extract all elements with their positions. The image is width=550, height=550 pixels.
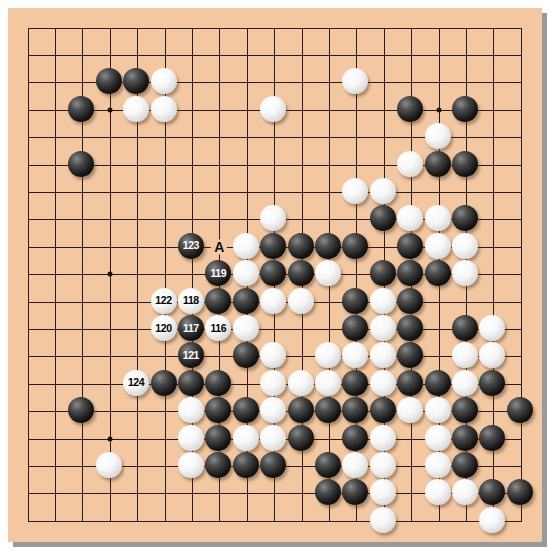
white-stone (425, 397, 451, 423)
white-stone (233, 425, 259, 451)
white-stone (452, 370, 478, 396)
white-stone (479, 507, 505, 533)
white-stone (178, 452, 204, 478)
black-stone: 117 (178, 315, 204, 341)
black-stone (260, 260, 286, 286)
go-board: 123119122118120117116121124A (8, 8, 542, 542)
black-stone (233, 342, 259, 368)
white-stone (260, 342, 286, 368)
white-stone (425, 425, 451, 451)
black-stone (452, 315, 478, 341)
black-stone (315, 397, 341, 423)
white-stone (425, 452, 451, 478)
black-stone (205, 370, 231, 396)
black-stone (342, 288, 368, 314)
white-stone (452, 479, 478, 505)
black-stone (315, 452, 341, 478)
point-marker-A: A (211, 239, 227, 254)
white-stone (260, 96, 286, 122)
black-stone (479, 370, 505, 396)
move-number-label: 122 (155, 295, 171, 306)
black-stone (233, 288, 259, 314)
white-stone (233, 315, 259, 341)
white-stone (178, 425, 204, 451)
black-stone (68, 151, 94, 177)
white-stone (397, 151, 423, 177)
white-stone (260, 370, 286, 396)
black-stone (68, 96, 94, 122)
white-stone (370, 342, 396, 368)
grid-line-horizontal (28, 329, 522, 330)
white-stone (260, 397, 286, 423)
black-stone (260, 452, 286, 478)
black-stone (205, 425, 231, 451)
black-stone (370, 260, 396, 286)
black-stone (425, 260, 451, 286)
black-stone (342, 425, 368, 451)
black-stone (151, 370, 177, 396)
white-stone (370, 425, 396, 451)
black-stone (507, 397, 533, 423)
black-stone: 123 (178, 233, 204, 259)
black-stone (315, 233, 341, 259)
white-stone (151, 96, 177, 122)
black-stone (342, 397, 368, 423)
black-stone (68, 397, 94, 423)
white-stone (96, 452, 122, 478)
white-stone (288, 370, 314, 396)
black-stone: 121 (178, 342, 204, 368)
white-stone (315, 342, 341, 368)
black-stone (397, 288, 423, 314)
black-stone (370, 205, 396, 231)
white-stone (370, 178, 396, 204)
black-stone: 119 (205, 260, 231, 286)
white-stone: 118 (178, 288, 204, 314)
black-stone (452, 425, 478, 451)
move-number-label: 116 (210, 323, 226, 334)
grid-line-horizontal (28, 521, 522, 522)
white-stone (260, 288, 286, 314)
white-stone (370, 288, 396, 314)
black-stone (452, 452, 478, 478)
black-stone (397, 96, 423, 122)
black-stone (178, 370, 204, 396)
white-stone (151, 68, 177, 94)
white-stone (397, 397, 423, 423)
white-stone: 120 (151, 315, 177, 341)
black-stone (123, 68, 149, 94)
black-stone (479, 479, 505, 505)
star-point (107, 272, 112, 277)
white-stone (425, 205, 451, 231)
white-stone (288, 288, 314, 314)
black-stone (397, 260, 423, 286)
black-stone (342, 315, 368, 341)
white-stone (260, 205, 286, 231)
black-stone (233, 397, 259, 423)
black-stone (288, 397, 314, 423)
black-stone (452, 205, 478, 231)
black-stone (288, 233, 314, 259)
black-stone (425, 151, 451, 177)
white-stone (452, 233, 478, 259)
black-stone (233, 452, 259, 478)
black-stone (397, 370, 423, 396)
black-stone (315, 479, 341, 505)
white-stone (425, 233, 451, 259)
white-stone: 116 (205, 315, 231, 341)
move-number-label: 120 (155, 323, 171, 334)
move-number-label: 123 (183, 240, 199, 251)
white-stone (178, 397, 204, 423)
white-stone (425, 479, 451, 505)
white-stone (233, 260, 259, 286)
black-stone (452, 397, 478, 423)
black-stone (288, 260, 314, 286)
white-stone (397, 205, 423, 231)
white-stone (452, 342, 478, 368)
white-stone (342, 452, 368, 478)
star-point (436, 107, 441, 112)
white-stone (479, 315, 505, 341)
white-stone (342, 178, 368, 204)
white-stone: 124 (123, 370, 149, 396)
black-stone (342, 370, 368, 396)
black-stone (507, 479, 533, 505)
move-number-label: 118 (183, 295, 199, 306)
white-stone (315, 370, 341, 396)
move-number-label: 124 (128, 377, 144, 388)
white-stone (370, 315, 396, 341)
star-point (107, 436, 112, 441)
black-stone (397, 342, 423, 368)
star-point (107, 107, 112, 112)
black-stone (479, 425, 505, 451)
black-stone (205, 452, 231, 478)
move-number-label: 119 (210, 268, 226, 279)
white-stone (452, 260, 478, 286)
black-stone (370, 397, 396, 423)
black-stone (425, 370, 451, 396)
black-stone (260, 233, 286, 259)
white-stone (233, 233, 259, 259)
black-stone (342, 479, 368, 505)
black-stone (342, 233, 368, 259)
move-number-label: 121 (183, 350, 199, 361)
black-stone (452, 96, 478, 122)
black-stone (288, 425, 314, 451)
white-stone (370, 507, 396, 533)
white-stone (370, 452, 396, 478)
black-stone (205, 397, 231, 423)
black-stone (96, 68, 122, 94)
black-stone (397, 233, 423, 259)
move-number-label: 117 (183, 323, 199, 334)
white-stone (370, 479, 396, 505)
white-stone (260, 425, 286, 451)
white-stone (425, 123, 451, 149)
white-stone (370, 370, 396, 396)
black-stone (452, 151, 478, 177)
white-stone (342, 342, 368, 368)
white-stone (315, 260, 341, 286)
white-stone (342, 68, 368, 94)
grid-line-vertical (521, 28, 522, 522)
black-stone (205, 288, 231, 314)
white-stone (123, 96, 149, 122)
white-stone (479, 342, 505, 368)
white-stone: 122 (151, 288, 177, 314)
black-stone (397, 315, 423, 341)
